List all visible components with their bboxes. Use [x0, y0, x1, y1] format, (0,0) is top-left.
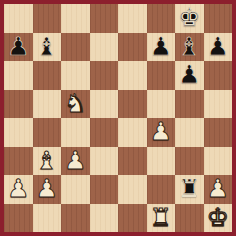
- square-g5[interactable]: [175, 90, 204, 119]
- square-e5[interactable]: [118, 90, 147, 119]
- square-c6[interactable]: [61, 61, 90, 90]
- white-pawn: ♟: [207, 175, 229, 203]
- square-f3[interactable]: [147, 147, 176, 176]
- square-e6[interactable]: [118, 61, 147, 90]
- square-a7[interactable]: ♟: [4, 33, 33, 62]
- square-e1[interactable]: [118, 204, 147, 233]
- square-f1[interactable]: ♜: [147, 204, 176, 233]
- square-b3[interactable]: ♝: [33, 147, 62, 176]
- black-pawn: ♟: [7, 33, 29, 61]
- black-rook: ♜: [178, 175, 200, 203]
- square-d5[interactable]: [90, 90, 119, 119]
- square-h3[interactable]: [204, 147, 233, 176]
- square-b6[interactable]: [33, 61, 62, 90]
- white-pawn: ♟: [150, 118, 172, 146]
- square-f6[interactable]: [147, 61, 176, 90]
- square-c4[interactable]: [61, 118, 90, 147]
- square-g8[interactable]: ♚: [175, 4, 204, 33]
- square-d6[interactable]: [90, 61, 119, 90]
- square-g2[interactable]: ♜: [175, 175, 204, 204]
- square-a4[interactable]: [4, 118, 33, 147]
- square-c3[interactable]: ♟: [61, 147, 90, 176]
- square-f5[interactable]: [147, 90, 176, 119]
- square-a8[interactable]: [4, 4, 33, 33]
- square-g1[interactable]: [175, 204, 204, 233]
- white-knight: ♞: [64, 90, 86, 118]
- white-rook: ♜: [150, 204, 172, 232]
- square-a5[interactable]: [4, 90, 33, 119]
- square-d3[interactable]: [90, 147, 119, 176]
- square-e7[interactable]: [118, 33, 147, 62]
- black-king: ♚: [178, 4, 200, 32]
- square-h1[interactable]: ♚: [204, 204, 233, 233]
- square-g4[interactable]: [175, 118, 204, 147]
- square-b4[interactable]: [33, 118, 62, 147]
- square-f8[interactable]: [147, 4, 176, 33]
- black-pawn: ♟: [150, 33, 172, 61]
- square-b5[interactable]: [33, 90, 62, 119]
- square-h5[interactable]: [204, 90, 233, 119]
- square-c8[interactable]: [61, 4, 90, 33]
- square-a6[interactable]: [4, 61, 33, 90]
- white-bishop: ♝: [36, 147, 58, 175]
- square-b8[interactable]: [33, 4, 62, 33]
- square-d4[interactable]: [90, 118, 119, 147]
- square-d8[interactable]: [90, 4, 119, 33]
- square-e2[interactable]: [118, 175, 147, 204]
- square-h2[interactable]: ♟: [204, 175, 233, 204]
- black-pawn: ♟: [207, 33, 229, 61]
- square-f7[interactable]: ♟: [147, 33, 176, 62]
- chessboard-frame: ♚♟♝♟♝♟♟♞♟♝♟♟♟♜♟♜♚: [0, 0, 236, 236]
- square-a3[interactable]: [4, 147, 33, 176]
- square-h6[interactable]: [204, 61, 233, 90]
- square-e8[interactable]: [118, 4, 147, 33]
- square-h4[interactable]: [204, 118, 233, 147]
- square-b1[interactable]: [33, 204, 62, 233]
- white-pawn: ♟: [64, 147, 86, 175]
- square-f4[interactable]: ♟: [147, 118, 176, 147]
- square-d7[interactable]: [90, 33, 119, 62]
- square-a2[interactable]: ♟: [4, 175, 33, 204]
- white-pawn: ♟: [36, 175, 58, 203]
- square-g6[interactable]: ♟: [175, 61, 204, 90]
- white-pawn: ♟: [7, 175, 29, 203]
- square-b2[interactable]: ♟: [33, 175, 62, 204]
- square-h8[interactable]: [204, 4, 233, 33]
- black-bishop: ♝: [178, 33, 200, 61]
- black-pawn: ♟: [178, 61, 200, 89]
- square-a1[interactable]: [4, 204, 33, 233]
- square-c7[interactable]: [61, 33, 90, 62]
- square-d1[interactable]: [90, 204, 119, 233]
- square-g3[interactable]: [175, 147, 204, 176]
- square-d2[interactable]: [90, 175, 119, 204]
- square-b7[interactable]: ♝: [33, 33, 62, 62]
- square-g7[interactable]: ♝: [175, 33, 204, 62]
- square-e3[interactable]: [118, 147, 147, 176]
- square-f2[interactable]: [147, 175, 176, 204]
- white-king: ♚: [207, 204, 229, 232]
- square-e4[interactable]: [118, 118, 147, 147]
- square-c2[interactable]: [61, 175, 90, 204]
- chessboard: ♚♟♝♟♝♟♟♞♟♝♟♟♟♜♟♜♚: [4, 4, 232, 232]
- black-bishop: ♝: [36, 33, 58, 61]
- square-c5[interactable]: ♞: [61, 90, 90, 119]
- square-h7[interactable]: ♟: [204, 33, 233, 62]
- square-c1[interactable]: [61, 204, 90, 233]
